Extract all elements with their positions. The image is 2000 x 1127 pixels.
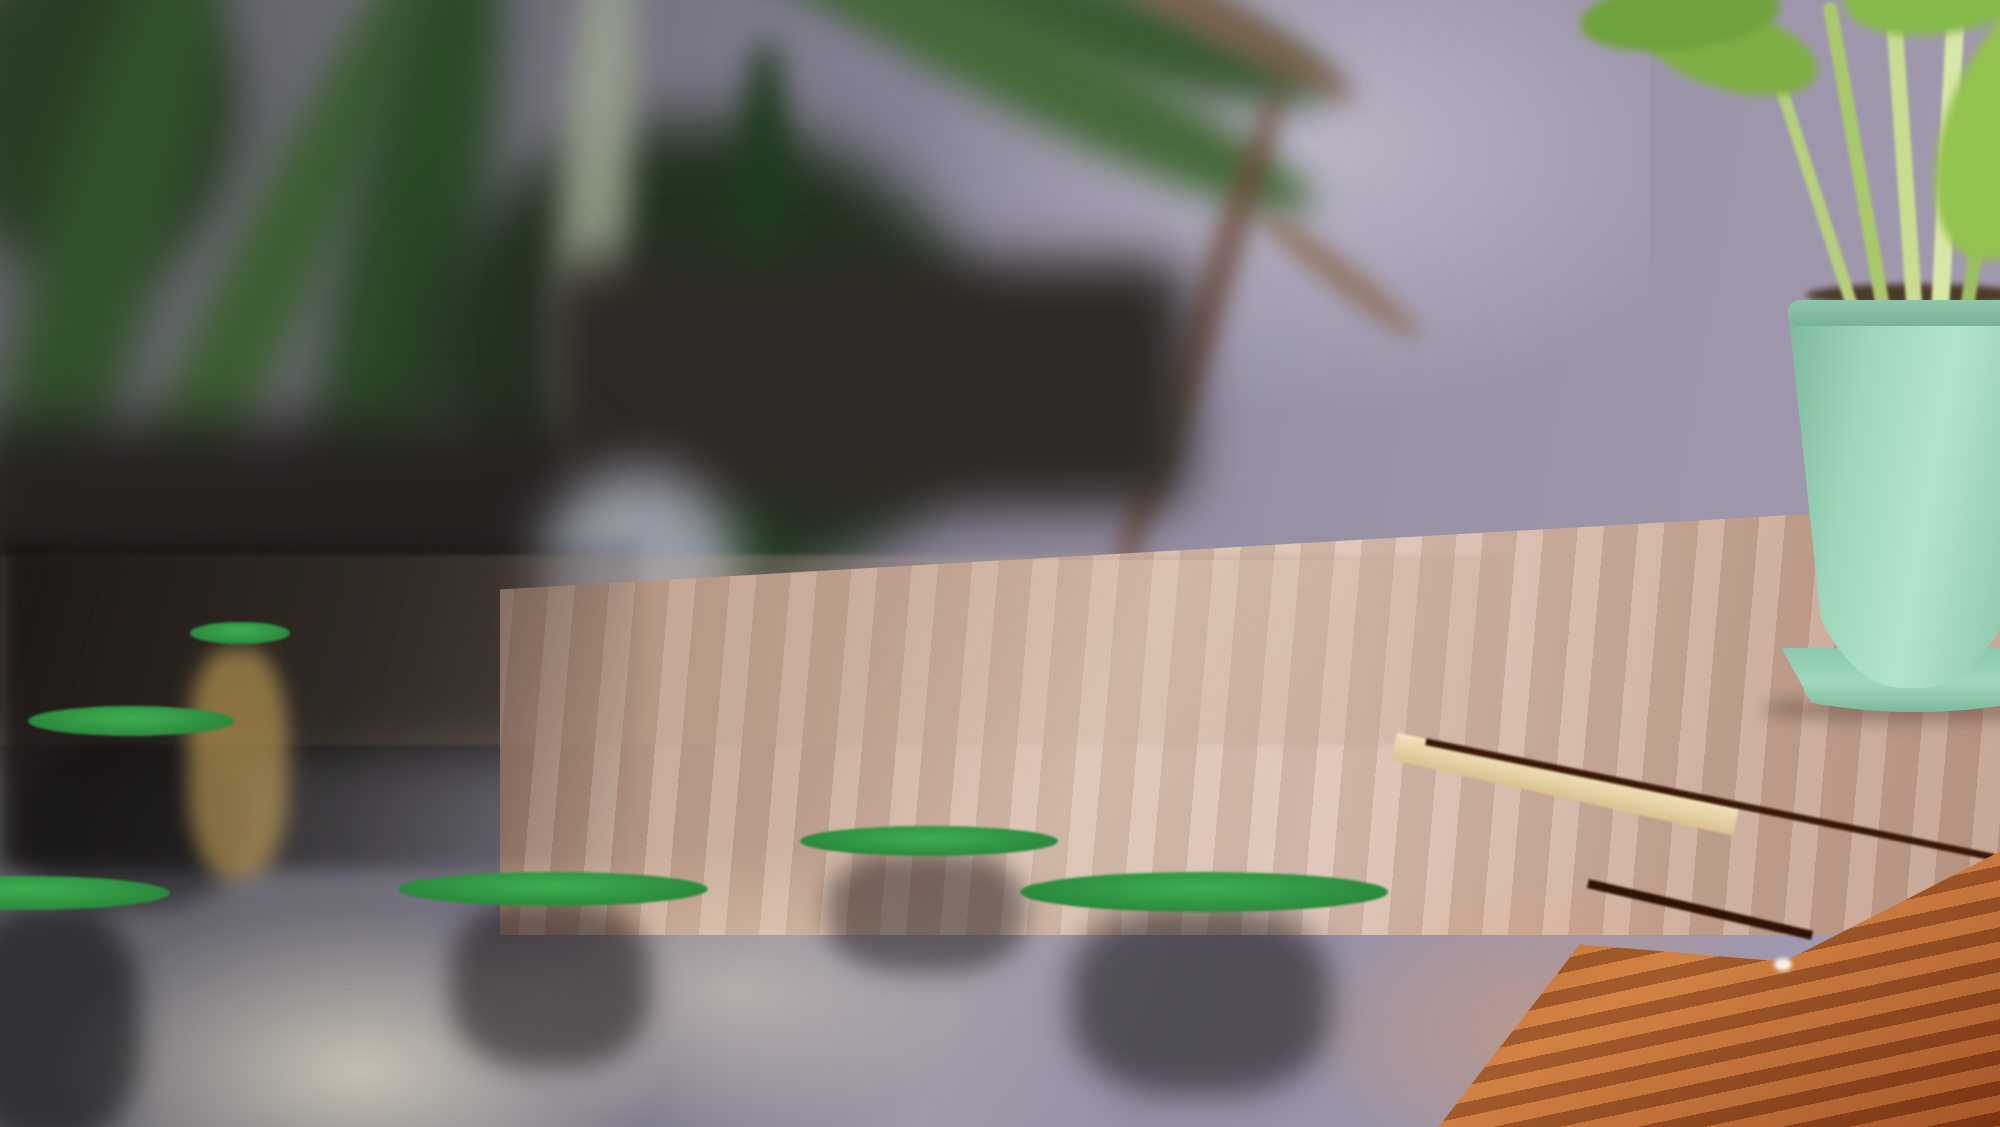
plant-stem — [1883, 0, 1923, 320]
plant-leaf — [1830, 0, 2000, 57]
chess-photo-scene: ♟ ♞ ♟ ♟ ♜ ♟ — [0, 0, 2000, 1127]
